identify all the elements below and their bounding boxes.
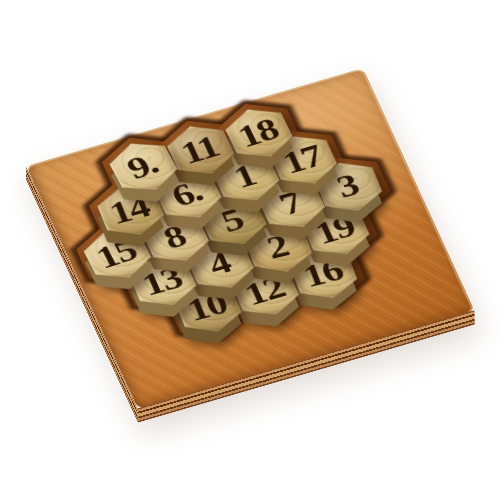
board-face: 9.1118146.117158573134219101216	[26, 68, 475, 409]
tile-number: 9.	[121, 148, 162, 184]
tile-number: 11	[176, 130, 223, 168]
tile-number: 18	[232, 113, 281, 152]
tile-grid: 9.1118146.117158573134219101216	[26, 68, 475, 409]
photo-background: 9.1118146.117158573134219101216	[0, 0, 500, 500]
